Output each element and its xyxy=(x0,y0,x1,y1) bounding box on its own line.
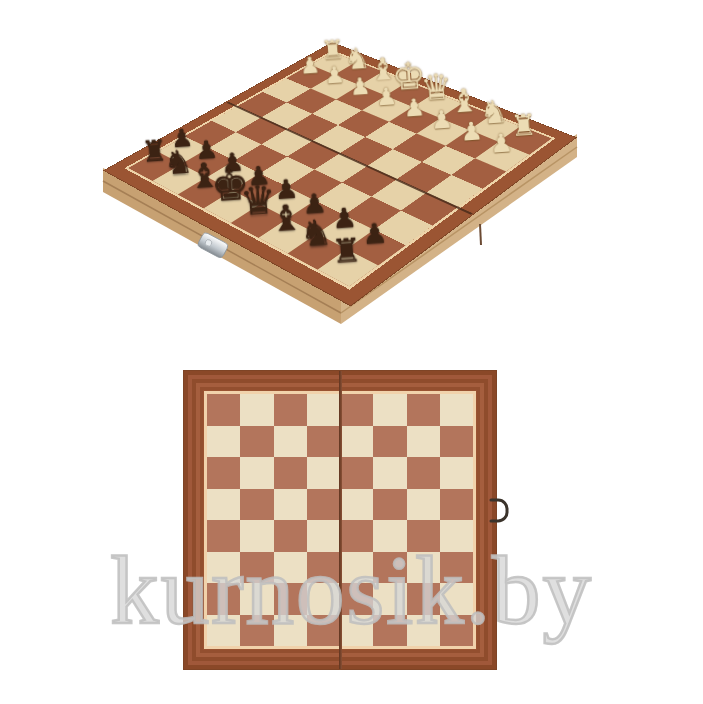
piece-white-rook: ♜ xyxy=(312,36,353,65)
closed-chess-box xyxy=(0,352,703,704)
closed-square-r1c7 xyxy=(407,394,440,426)
closed-square-r3c3 xyxy=(274,457,307,489)
product-photo: ♜♞♝♛♚♝♞♜♟♟♟♟♟♟♟♟♟♟♟♟♟♟♟♟♜♞♝♛♚♝♞♜ kurnosi… xyxy=(0,0,703,704)
closed-square-r2c7 xyxy=(407,426,440,458)
piece-white-rook: ♜ xyxy=(501,110,547,142)
closed-square-r3c7 xyxy=(407,457,440,489)
closed-square-r2c5 xyxy=(340,426,373,458)
closed-square-r4c3 xyxy=(274,489,307,521)
closed-square-r2c6 xyxy=(373,426,406,458)
open-board-tilt: ♜♞♝♛♚♝♞♜♟♟♟♟♟♟♟♟♟♟♟♟♟♟♟♟♜♞♝♛♚♝♞♜ xyxy=(0,0,703,375)
open-board: ♜♞♝♛♚♝♞♜♟♟♟♟♟♟♟♟♟♟♟♟♟♟♟♟♜♞♝♛♚♝♞♜ xyxy=(103,42,577,306)
closed-square-r2c2 xyxy=(240,426,273,458)
closed-square-r3c2 xyxy=(240,457,273,489)
closed-square-r1c8 xyxy=(440,394,473,426)
closed-square-r1c4 xyxy=(307,394,340,426)
closed-square-r4c6 xyxy=(373,489,406,521)
closed-square-r3c6 xyxy=(373,457,406,489)
closed-square-r4c2 xyxy=(240,489,273,521)
closed-square-r1c2 xyxy=(240,394,273,426)
watermark: kurnosik.by xyxy=(0,538,703,645)
closed-square-r2c4 xyxy=(307,426,340,458)
square-h1: ♜ xyxy=(310,52,357,75)
closed-square-r3c5 xyxy=(340,457,373,489)
open-chess-set: ♜♞♝♛♚♝♞♜♟♟♟♟♟♟♟♟♟♟♟♟♟♟♟♟♜♞♝♛♚♝♞♜ xyxy=(0,0,703,352)
closed-square-r4c5 xyxy=(340,489,373,521)
open-board-squares: ♜♞♝♛♚♝♞♜♟♟♟♟♟♟♟♟♟♟♟♟♟♟♟♟♜♞♝♛♚♝♞♜ xyxy=(129,52,552,286)
closed-square-r2c3 xyxy=(274,426,307,458)
closed-square-r4c4 xyxy=(307,489,340,521)
metal-hook-clasp xyxy=(488,494,512,528)
closed-square-r1c1 xyxy=(207,394,240,426)
closed-square-r2c1 xyxy=(207,426,240,458)
square-b1: ♞ xyxy=(469,115,521,142)
square-h5 xyxy=(211,106,261,132)
closed-square-r1c5 xyxy=(340,394,373,426)
closed-square-r2c8 xyxy=(440,426,473,458)
closed-square-r3c1 xyxy=(207,457,240,489)
closed-square-r1c3 xyxy=(274,394,307,426)
closed-square-r4c1 xyxy=(207,489,240,521)
piece-white-bishop: ♝ xyxy=(442,83,487,118)
closed-square-r4c8 xyxy=(440,489,473,521)
closed-square-r1c6 xyxy=(373,394,406,426)
closed-square-r3c8 xyxy=(440,457,473,489)
closed-square-r3c4 xyxy=(307,457,340,489)
closed-square-r4c7 xyxy=(407,489,440,521)
